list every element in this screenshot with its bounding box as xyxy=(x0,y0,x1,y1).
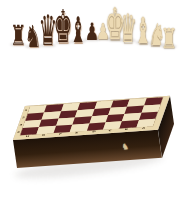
file-label: D xyxy=(92,131,96,133)
rank-label: 2 xyxy=(21,116,25,118)
file-label: E xyxy=(75,132,79,134)
chess-piece-light-rook: ♜ xyxy=(156,25,182,52)
file-label: G xyxy=(42,134,46,136)
rank-label: 3 xyxy=(19,124,23,126)
file-label: B xyxy=(125,128,129,130)
checkerboard-grid xyxy=(20,97,163,135)
file-label: A xyxy=(141,127,145,129)
knight-stamp-icon: ♞ xyxy=(121,143,129,152)
rank-label: 1 xyxy=(24,109,28,111)
file-label: F xyxy=(58,133,62,135)
file-label: H xyxy=(25,135,29,137)
chess-set-product-photo: ♞ 1234HGFEDCBA ♜♞♛♚♝♟♟♚♛♝♞♜ xyxy=(0,0,183,200)
file-label: C xyxy=(108,129,112,131)
rank-label: 4 xyxy=(16,131,20,133)
